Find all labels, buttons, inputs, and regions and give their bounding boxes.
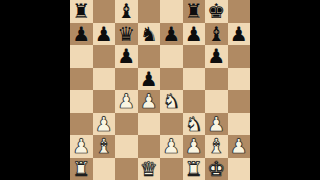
black-pawn[interactable]: ♟: [117, 45, 135, 67]
square-f3[interactable]: ♞: [183, 113, 206, 136]
white-pawn[interactable]: ♟: [162, 135, 180, 157]
square-c6[interactable]: ♟: [115, 45, 138, 68]
square-h2[interactable]: ♟: [228, 135, 251, 158]
square-d6[interactable]: [138, 45, 161, 68]
black-bishop[interactable]: ♝: [117, 0, 135, 22]
white-pawn[interactable]: ♟: [230, 135, 248, 157]
square-h6[interactable]: [228, 45, 251, 68]
square-b8[interactable]: [93, 0, 116, 23]
square-b6[interactable]: [93, 45, 116, 68]
square-e1[interactable]: [160, 158, 183, 181]
square-e7[interactable]: ♟: [160, 23, 183, 46]
square-e5[interactable]: [160, 68, 183, 91]
square-f8[interactable]: ♜: [183, 0, 206, 23]
square-a1[interactable]: ♜: [70, 158, 93, 181]
square-d8[interactable]: [138, 0, 161, 23]
square-a4[interactable]: [70, 90, 93, 113]
black-bishop[interactable]: ♝: [207, 23, 225, 45]
black-rook[interactable]: ♜: [185, 0, 203, 22]
square-g2[interactable]: ♝: [205, 135, 228, 158]
black-rook[interactable]: ♜: [72, 0, 90, 22]
white-pawn[interactable]: ♟: [72, 135, 90, 157]
square-g6[interactable]: ♟: [205, 45, 228, 68]
square-h8[interactable]: [228, 0, 251, 23]
square-h7[interactable]: ♟: [228, 23, 251, 46]
square-c3[interactable]: [115, 113, 138, 136]
square-b7[interactable]: ♟: [93, 23, 116, 46]
square-e6[interactable]: [160, 45, 183, 68]
square-f6[interactable]: [183, 45, 206, 68]
black-pawn[interactable]: ♟: [140, 68, 158, 90]
white-rook[interactable]: ♜: [185, 158, 203, 180]
square-g4[interactable]: [205, 90, 228, 113]
square-b4[interactable]: [93, 90, 116, 113]
square-c5[interactable]: [115, 68, 138, 91]
white-bishop[interactable]: ♝: [95, 135, 113, 157]
black-pawn[interactable]: ♟: [185, 23, 203, 45]
square-c2[interactable]: [115, 135, 138, 158]
square-b5[interactable]: [93, 68, 116, 91]
square-c4[interactable]: ♟: [115, 90, 138, 113]
square-d2[interactable]: [138, 135, 161, 158]
square-d7[interactable]: ♞: [138, 23, 161, 46]
square-f5[interactable]: [183, 68, 206, 91]
square-e8[interactable]: [160, 0, 183, 23]
white-pawn[interactable]: ♟: [185, 135, 203, 157]
square-f7[interactable]: ♟: [183, 23, 206, 46]
black-pawn[interactable]: ♟: [207, 45, 225, 67]
square-a8[interactable]: ♜: [70, 0, 93, 23]
square-c8[interactable]: ♝: [115, 0, 138, 23]
square-e4[interactable]: ♞: [160, 90, 183, 113]
square-g3[interactable]: ♟: [205, 113, 228, 136]
square-g8[interactable]: ♚: [205, 0, 228, 23]
black-pawn[interactable]: ♟: [95, 23, 113, 45]
square-b1[interactable]: [93, 158, 116, 181]
square-g7[interactable]: ♝: [205, 23, 228, 46]
square-e3[interactable]: [160, 113, 183, 136]
black-queen[interactable]: ♛: [117, 23, 135, 45]
square-d3[interactable]: [138, 113, 161, 136]
square-g5[interactable]: [205, 68, 228, 91]
black-pawn[interactable]: ♟: [72, 23, 90, 45]
square-d4[interactable]: ♟: [138, 90, 161, 113]
white-bishop[interactable]: ♝: [207, 135, 225, 157]
white-pawn[interactable]: ♟: [140, 90, 158, 112]
square-a2[interactable]: ♟: [70, 135, 93, 158]
square-g1[interactable]: ♚: [205, 158, 228, 181]
black-king[interactable]: ♚: [207, 0, 225, 22]
square-a3[interactable]: [70, 113, 93, 136]
square-b3[interactable]: ♟: [93, 113, 116, 136]
white-pawn[interactable]: ♟: [207, 113, 225, 135]
white-knight[interactable]: ♞: [185, 113, 203, 135]
white-rook[interactable]: ♜: [72, 158, 90, 180]
white-queen[interactable]: ♛: [140, 158, 158, 180]
square-d1[interactable]: ♛: [138, 158, 161, 181]
square-b2[interactable]: ♝: [93, 135, 116, 158]
letterboxed-background: ♜♝♜♚♟♟♛♞♟♟♝♟♟♟♟♟♟♞♟♞♟♟♝♟♟♝♟♜♛♜♚: [0, 0, 320, 180]
white-pawn[interactable]: ♟: [117, 90, 135, 112]
square-c1[interactable]: [115, 158, 138, 181]
white-pawn[interactable]: ♟: [95, 113, 113, 135]
square-h4[interactable]: [228, 90, 251, 113]
black-knight[interactable]: ♞: [140, 23, 158, 45]
square-f2[interactable]: ♟: [183, 135, 206, 158]
black-pawn[interactable]: ♟: [162, 23, 180, 45]
black-pawn[interactable]: ♟: [230, 23, 248, 45]
square-a7[interactable]: ♟: [70, 23, 93, 46]
square-h1[interactable]: [228, 158, 251, 181]
square-e2[interactable]: ♟: [160, 135, 183, 158]
square-a5[interactable]: [70, 68, 93, 91]
square-h3[interactable]: [228, 113, 251, 136]
white-king[interactable]: ♚: [207, 158, 225, 180]
square-h5[interactable]: [228, 68, 251, 91]
square-c7[interactable]: ♛: [115, 23, 138, 46]
square-a6[interactable]: [70, 45, 93, 68]
square-f1[interactable]: ♜: [183, 158, 206, 181]
square-f4[interactable]: [183, 90, 206, 113]
square-d5[interactable]: ♟: [138, 68, 161, 91]
white-knight[interactable]: ♞: [162, 90, 180, 112]
chess-board: ♜♝♜♚♟♟♛♞♟♟♝♟♟♟♟♟♟♞♟♞♟♟♝♟♟♝♟♜♛♜♚: [70, 0, 250, 180]
